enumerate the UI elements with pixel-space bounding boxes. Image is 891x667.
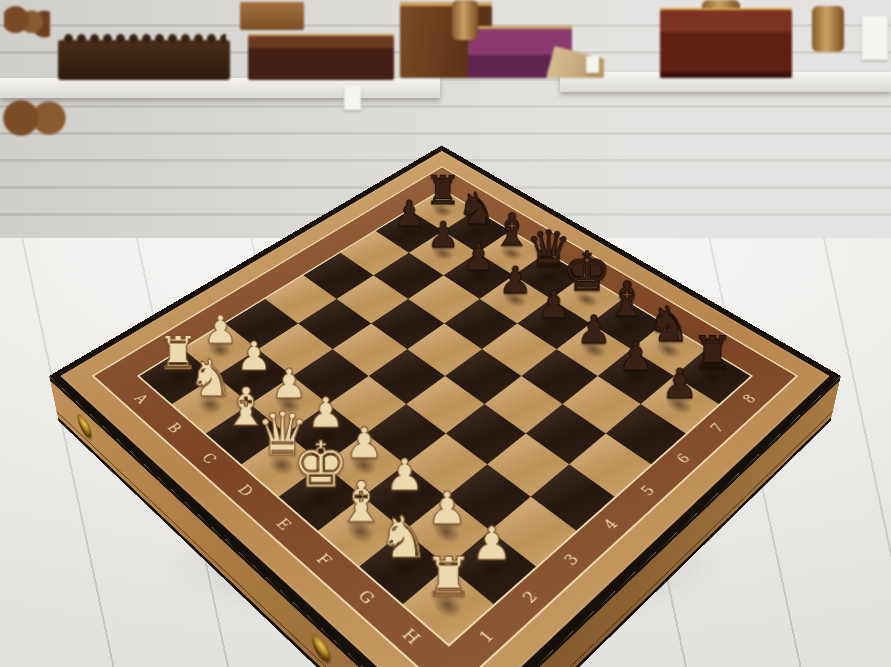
chess-box: ABCDEFGH 87654321 ♜♞♝♛♚♝♞♜♟♟♟♟♟♟♟♟♟♟♟♟♟♟… [49, 145, 841, 667]
black-pawn-h7: ♟ [652, 302, 707, 404]
scene-perspective: ABCDEFGH 87654321 ♜♞♝♛♚♝♞♜♟♟♟♟♟♟♟♟♟♟♟♟♟♟… [0, 0, 891, 667]
white-rook-h1: ♜ [416, 485, 480, 604]
brass-clasp [312, 630, 331, 666]
board-top-face: ABCDEFGH 87654321 ♜♞♝♛♚♝♞♜♟♟♟♟♟♟♟♟♟♟♟♟♟♟… [49, 145, 841, 667]
brass-clasp [76, 411, 92, 442]
chess-shop-photo: ABCDEFGH 87654321 ♜♞♝♛♚♝♞♜♟♟♟♟♟♟♟♟♟♟♟♟♟♟… [0, 0, 891, 667]
